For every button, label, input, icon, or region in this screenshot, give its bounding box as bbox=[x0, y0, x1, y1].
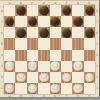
light-piece[interactable]: ⛀ bbox=[39, 73, 49, 83]
square-h3[interactable] bbox=[84, 61, 95, 72]
square-e1[interactable]: ⛀ bbox=[50, 83, 61, 94]
dark-piece[interactable]: ⛂ bbox=[62, 6, 72, 16]
light-piece[interactable]: ⛀ bbox=[73, 61, 83, 71]
square-e3[interactable]: ⛀ bbox=[50, 61, 61, 72]
square-f6[interactable]: ⛂ bbox=[61, 27, 72, 38]
dark-piece[interactable]: ⛂ bbox=[73, 17, 83, 27]
light-piece[interactable]: ⛀ bbox=[5, 61, 15, 71]
square-a2[interactable] bbox=[4, 72, 15, 83]
rank-label: 1 bbox=[0, 83, 4, 94]
dark-piece[interactable]: ⛂ bbox=[39, 28, 49, 38]
square-h6[interactable]: ⛂ bbox=[84, 27, 95, 38]
square-c6[interactable] bbox=[27, 27, 38, 38]
rank-labels-right: 87654321 bbox=[95, 5, 99, 94]
rank-label: 2 bbox=[0, 72, 4, 83]
square-b2[interactable]: ⛀ bbox=[15, 72, 26, 83]
square-a3[interactable]: ⛀ bbox=[4, 61, 15, 72]
square-e2[interactable] bbox=[50, 72, 61, 83]
square-a1[interactable]: ⛀ bbox=[4, 83, 15, 94]
square-d1[interactable] bbox=[38, 83, 49, 94]
rank-label: 3 bbox=[95, 61, 99, 72]
square-f4[interactable] bbox=[61, 50, 72, 61]
square-b7[interactable] bbox=[15, 16, 26, 27]
square-g8[interactable] bbox=[72, 5, 83, 16]
square-g5[interactable] bbox=[72, 38, 83, 49]
light-piece[interactable]: ⛀ bbox=[50, 61, 60, 71]
rank-label: 8 bbox=[0, 5, 4, 16]
square-g4[interactable] bbox=[72, 50, 83, 61]
light-piece[interactable]: ⛀ bbox=[16, 73, 26, 83]
square-h1[interactable] bbox=[84, 83, 95, 94]
square-e8[interactable] bbox=[50, 5, 61, 16]
rank-label: 5 bbox=[0, 38, 4, 49]
board-edge-shadow bbox=[0, 97, 100, 100]
rank-label: 7 bbox=[95, 16, 99, 27]
square-h7[interactable] bbox=[84, 16, 95, 27]
rank-label: 6 bbox=[0, 27, 4, 38]
square-d7[interactable] bbox=[38, 16, 49, 27]
light-piece[interactable]: ⛀ bbox=[62, 73, 72, 83]
square-d4[interactable] bbox=[38, 50, 49, 61]
square-d6[interactable]: ⛂ bbox=[38, 27, 49, 38]
square-d5[interactable] bbox=[38, 38, 49, 49]
square-g1[interactable]: ⛀ bbox=[72, 83, 83, 94]
square-h8[interactable]: ⛂ bbox=[84, 5, 95, 16]
light-piece[interactable]: ⛀ bbox=[73, 84, 83, 94]
rank-labels-left: 87654321 bbox=[0, 5, 4, 94]
dark-piece[interactable]: ⛂ bbox=[85, 6, 95, 16]
square-b6[interactable]: ⛂ bbox=[15, 27, 26, 38]
square-b3[interactable] bbox=[15, 61, 26, 72]
dark-piece[interactable]: ⛂ bbox=[5, 17, 15, 27]
square-g7[interactable]: ⛂ bbox=[72, 16, 83, 27]
rank-label: 6 bbox=[95, 27, 99, 38]
rank-label: 7 bbox=[0, 16, 4, 27]
dark-piece[interactable]: ⛂ bbox=[28, 17, 38, 27]
square-b8[interactable]: ⛂ bbox=[15, 5, 26, 16]
square-h5[interactable] bbox=[84, 38, 95, 49]
checkers-board: abcdefgh ⛂⛂⛂⛂⛂⛂⛂⛂⛂⛂⛂⛂⛀⛀⛀⛀⛀⛀⛀⛀⛀⛀⛀⛀ abcdef… bbox=[0, 0, 99, 97]
square-c5[interactable] bbox=[27, 38, 38, 49]
light-piece[interactable]: ⛀ bbox=[5, 84, 15, 94]
light-piece[interactable]: ⛀ bbox=[28, 84, 38, 94]
square-f3[interactable] bbox=[61, 61, 72, 72]
square-f2[interactable]: ⛀ bbox=[61, 72, 72, 83]
dark-piece[interactable]: ⛂ bbox=[50, 17, 60, 27]
rank-label: 2 bbox=[95, 72, 99, 83]
square-e4[interactable] bbox=[50, 50, 61, 61]
rank-label: 1 bbox=[95, 83, 99, 94]
square-e6[interactable] bbox=[50, 27, 61, 38]
light-piece[interactable]: ⛀ bbox=[85, 73, 95, 83]
square-e5[interactable] bbox=[50, 38, 61, 49]
square-g2[interactable] bbox=[72, 72, 83, 83]
square-c3[interactable]: ⛀ bbox=[27, 61, 38, 72]
square-g6[interactable] bbox=[72, 27, 83, 38]
square-d2[interactable]: ⛀ bbox=[38, 72, 49, 83]
dark-piece[interactable]: ⛂ bbox=[85, 28, 95, 38]
square-f8[interactable]: ⛂ bbox=[61, 5, 72, 16]
square-e7[interactable]: ⛂ bbox=[50, 16, 61, 27]
dark-piece[interactable]: ⛂ bbox=[62, 28, 72, 38]
checkers-photo: abcdefgh ⛂⛂⛂⛂⛂⛂⛂⛂⛂⛂⛂⛂⛀⛀⛀⛀⛀⛀⛀⛀⛀⛀⛀⛀ abcdef… bbox=[0, 0, 100, 100]
square-a5[interactable] bbox=[4, 38, 15, 49]
rank-label: 4 bbox=[95, 50, 99, 61]
square-b5[interactable] bbox=[15, 38, 26, 49]
square-c8[interactable] bbox=[27, 5, 38, 16]
light-piece[interactable]: ⛀ bbox=[50, 84, 60, 94]
square-a4[interactable] bbox=[4, 50, 15, 61]
square-c4[interactable] bbox=[27, 50, 38, 61]
rank-label: 3 bbox=[0, 61, 4, 72]
square-h2[interactable]: ⛀ bbox=[84, 72, 95, 83]
square-c2[interactable] bbox=[27, 72, 38, 83]
square-c1[interactable]: ⛀ bbox=[27, 83, 38, 94]
square-f1[interactable] bbox=[61, 83, 72, 94]
square-a8[interactable] bbox=[4, 5, 15, 16]
square-d8[interactable]: ⛂ bbox=[38, 5, 49, 16]
square-b4[interactable] bbox=[15, 50, 26, 61]
rank-label: 5 bbox=[95, 38, 99, 49]
dark-piece[interactable]: ⛂ bbox=[39, 6, 49, 16]
dark-piece[interactable]: ⛂ bbox=[16, 28, 26, 38]
dark-piece[interactable]: ⛂ bbox=[16, 6, 26, 16]
square-a6[interactable] bbox=[4, 27, 15, 38]
square-c7[interactable]: ⛂ bbox=[27, 16, 38, 27]
square-h4[interactable] bbox=[84, 50, 95, 61]
rank-label: 4 bbox=[0, 50, 4, 61]
square-d3[interactable] bbox=[38, 61, 49, 72]
rank-label: 8 bbox=[95, 5, 99, 16]
board-grid: ⛂⛂⛂⛂⛂⛂⛂⛂⛂⛂⛂⛂⛀⛀⛀⛀⛀⛀⛀⛀⛀⛀⛀⛀ bbox=[4, 5, 95, 94]
square-f5[interactable] bbox=[61, 38, 72, 49]
square-b1[interactable] bbox=[15, 83, 26, 94]
square-f7[interactable] bbox=[61, 16, 72, 27]
square-g3[interactable]: ⛀ bbox=[72, 61, 83, 72]
light-piece[interactable]: ⛀ bbox=[28, 61, 38, 71]
square-a7[interactable]: ⛂ bbox=[4, 16, 15, 27]
